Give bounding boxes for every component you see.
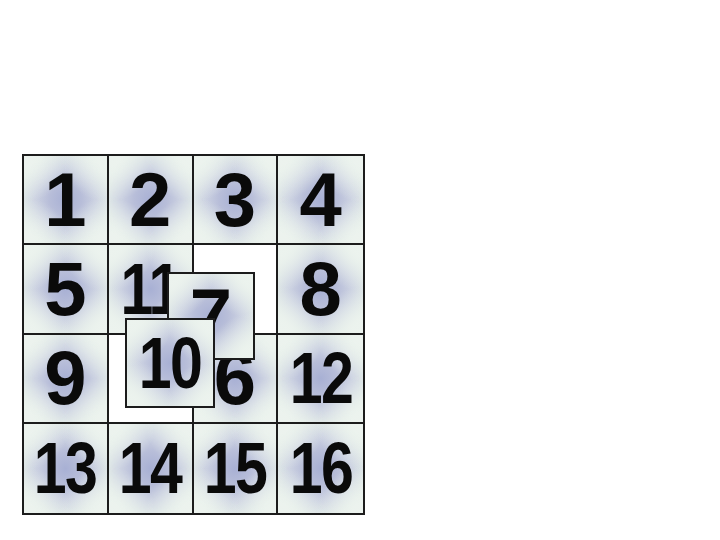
tile-14[interactable]: 14: [109, 424, 192, 513]
tile-1-label: 1: [44, 162, 86, 238]
cell-r1c3: 3: [194, 156, 279, 245]
tile-12-label: 12: [289, 342, 351, 414]
tile-16[interactable]: 16: [278, 424, 363, 513]
tile-10-floating[interactable]: 10: [125, 318, 215, 408]
tile-2-label: 2: [129, 162, 171, 238]
tile-14-label: 14: [119, 432, 181, 504]
tile-3-label: 3: [214, 162, 256, 238]
tile-1[interactable]: 1: [24, 156, 107, 243]
tile-5-label: 5: [44, 251, 86, 327]
tile-9[interactable]: 9: [24, 335, 107, 422]
tile-2[interactable]: 2: [109, 156, 192, 243]
cell-r4c2: 14: [109, 424, 194, 513]
tile-12[interactable]: 12: [278, 335, 363, 422]
tile-15-label: 15: [204, 432, 266, 504]
cell-r1c4: 4: [278, 156, 363, 245]
tile-5[interactable]: 5: [24, 245, 107, 332]
cell-r1c2: 2: [109, 156, 194, 245]
tile-8[interactable]: 8: [278, 245, 363, 332]
cell-r4c1: 13: [24, 424, 109, 513]
tile-13-label: 13: [34, 432, 96, 504]
cell-r4c3: 15: [194, 424, 279, 513]
slide-canvas: 1 2 3 4 5 11 8 9 6 12: [0, 0, 720, 540]
cell-r4c4: 16: [278, 424, 363, 513]
tile-13[interactable]: 13: [24, 424, 107, 513]
cell-r2c1: 5: [24, 245, 109, 334]
tile-4-label: 4: [299, 162, 341, 238]
tile-3[interactable]: 3: [194, 156, 277, 243]
tile-8-label: 8: [299, 251, 341, 327]
puzzle-board: 1 2 3 4 5 11 8 9 6 12: [22, 154, 365, 515]
tile-16-label: 16: [289, 432, 351, 504]
cell-r2c4: 8: [278, 245, 363, 334]
tile-9-label: 9: [44, 340, 86, 416]
tile-10-label: 10: [139, 327, 201, 399]
tile-15[interactable]: 15: [194, 424, 277, 513]
cell-r1c1: 1: [24, 156, 109, 245]
cell-r3c4: 12: [278, 335, 363, 424]
tile-4[interactable]: 4: [278, 156, 363, 243]
cell-r3c1: 9: [24, 335, 109, 424]
